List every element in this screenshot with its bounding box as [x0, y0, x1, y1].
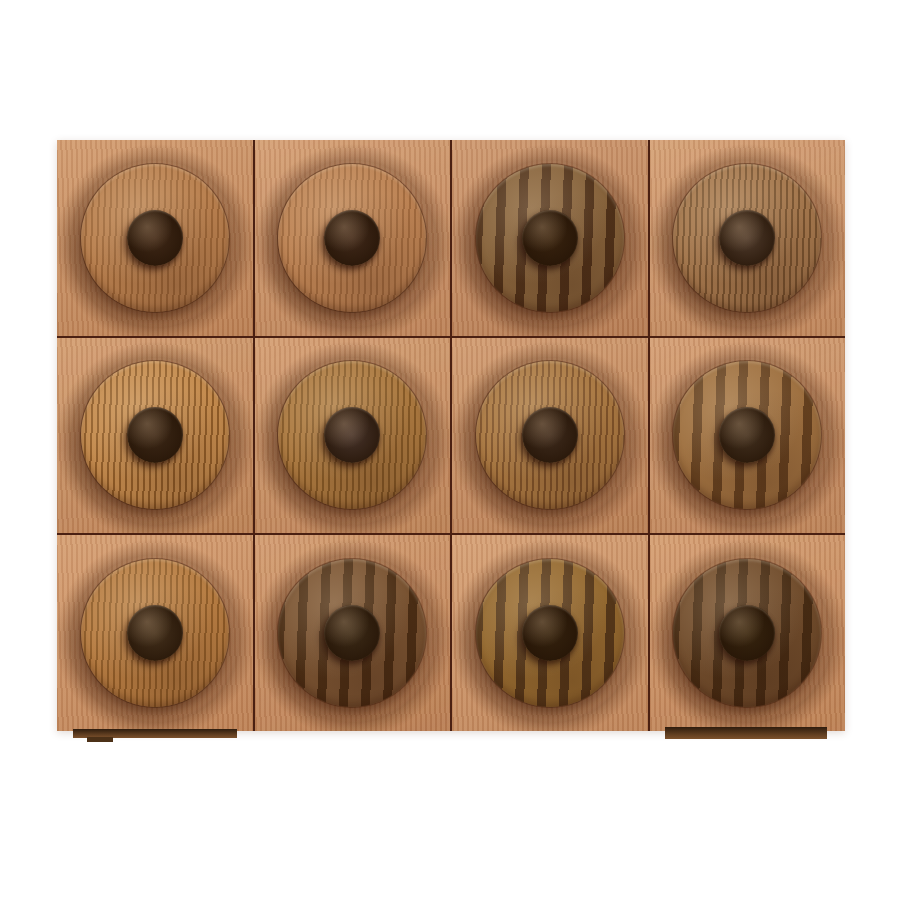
drawer-panel-r1c3[interactable]	[452, 140, 648, 336]
drawer-disc-r2c2	[278, 361, 426, 509]
drawer-knob-r1c2[interactable]	[324, 210, 380, 266]
drawer-knob-r2c4[interactable]	[719, 407, 775, 463]
drawer-knob-r2c3[interactable]	[522, 407, 578, 463]
drawer-knob-r1c4[interactable]	[719, 210, 775, 266]
drawer-knob-r3c3[interactable]	[522, 605, 578, 661]
drawer-disc-r3c1	[81, 559, 229, 707]
cabinet-foot-left	[73, 729, 237, 738]
drawer-panel-r3c1[interactable]	[57, 535, 253, 731]
drawer-panel-r3c2[interactable]	[255, 535, 451, 731]
drawer-disc-r2c1	[81, 361, 229, 509]
photo-canvas	[0, 0, 900, 900]
drawer-knob-r3c1[interactable]	[127, 605, 183, 661]
drawer-panel-r1c2[interactable]	[255, 140, 451, 336]
drawer-knob-r1c3[interactable]	[522, 210, 578, 266]
drawer-panel-r2c1[interactable]	[57, 338, 253, 534]
drawer-panel-r2c3[interactable]	[452, 338, 648, 534]
drawer-disc-r1c2	[278, 164, 426, 312]
drawer-disc-r3c4	[673, 559, 821, 707]
drawer-disc-r1c3	[476, 164, 624, 312]
drawer-knob-r3c2[interactable]	[324, 605, 380, 661]
drawer-panel-r1c1[interactable]	[57, 140, 253, 336]
drawer-knob-r2c1[interactable]	[127, 407, 183, 463]
drawer-disc-r2c3	[476, 361, 624, 509]
drawer-grid	[57, 140, 845, 731]
drawer-disc-r1c1	[81, 164, 229, 312]
drawer-knob-r1c1[interactable]	[127, 210, 183, 266]
drawer-panel-r3c3[interactable]	[452, 535, 648, 731]
drawer-disc-r1c4	[673, 164, 821, 312]
drawer-knob-r3c4[interactable]	[719, 605, 775, 661]
cabinet	[57, 140, 845, 731]
drawer-disc-r3c3	[476, 559, 624, 707]
drawer-disc-r3c2	[278, 559, 426, 707]
cabinet-foot-right	[665, 727, 827, 739]
drawer-panel-r1c4[interactable]	[650, 140, 846, 336]
drawer-disc-r2c4	[673, 361, 821, 509]
drawer-knob-r2c2[interactable]	[324, 407, 380, 463]
drawer-panel-r3c4[interactable]	[650, 535, 846, 731]
drawer-panel-r2c2[interactable]	[255, 338, 451, 534]
drawer-panel-r2c4[interactable]	[650, 338, 846, 534]
